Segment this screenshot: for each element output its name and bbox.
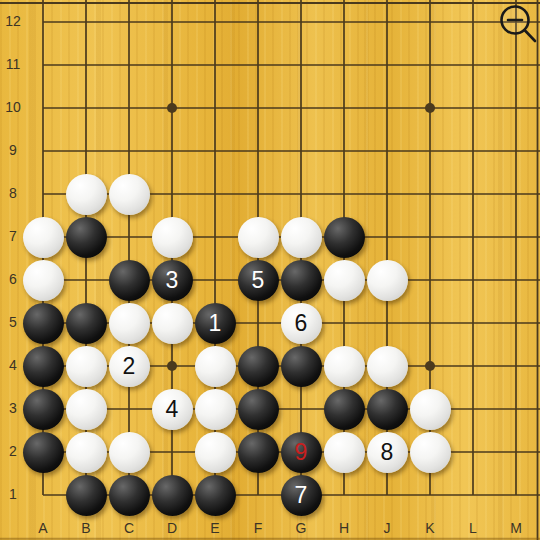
white-stone-E2 [195, 432, 236, 473]
white-stone-A7 [23, 217, 64, 258]
black-stone-D1 [152, 475, 193, 516]
white-stone-B8 [66, 174, 107, 215]
white-stone-D5 [152, 303, 193, 344]
white-stone-D7 [152, 217, 193, 258]
white-stone-J6 [367, 260, 408, 301]
white-stone-G7 [281, 217, 322, 258]
move-number-7: 7 [295, 484, 308, 507]
black-stone-B5 [66, 303, 107, 344]
white-stone-B4 [66, 346, 107, 387]
column-label: C [115, 520, 143, 536]
black-stone-A3 [23, 389, 64, 430]
column-label: A [29, 520, 57, 536]
zoom-out-icon[interactable] [492, 0, 540, 48]
black-stone-H7 [324, 217, 365, 258]
white-stone-K2 [410, 432, 451, 473]
move-number-4: 4 [166, 398, 179, 421]
black-stone-B1 [66, 475, 107, 516]
black-stone-A4 [23, 346, 64, 387]
move-number-1: 1 [209, 312, 222, 335]
black-stone-G4 [281, 346, 322, 387]
white-stone-H2 [324, 432, 365, 473]
column-label: K [416, 520, 444, 536]
column-label: H [330, 520, 358, 536]
move-number-9: 9 [295, 441, 308, 464]
white-stone-A6 [23, 260, 64, 301]
white-stone-H4 [324, 346, 365, 387]
white-stone-C4: 2 [109, 346, 150, 387]
white-stone-C2 [109, 432, 150, 473]
black-stone-H3 [324, 389, 365, 430]
column-label: L [459, 520, 487, 536]
white-stone-D3: 4 [152, 389, 193, 430]
white-stone-K3 [410, 389, 451, 430]
move-number-5: 5 [252, 269, 265, 292]
move-number-2: 2 [123, 355, 136, 378]
move-number-8: 8 [381, 441, 394, 464]
column-label: D [158, 520, 186, 536]
white-stone-B2 [66, 432, 107, 473]
column-label: B [72, 520, 100, 536]
black-stone-A5 [23, 303, 64, 344]
black-stone-F3 [238, 389, 279, 430]
black-stone-F6: 5 [238, 260, 279, 301]
black-stone-G2: 9 [281, 432, 322, 473]
white-stone-F7 [238, 217, 279, 258]
black-stone-G6 [281, 260, 322, 301]
black-stone-G1: 7 [281, 475, 322, 516]
black-stone-D6: 3 [152, 260, 193, 301]
black-stone-B7 [66, 217, 107, 258]
black-stone-A2 [23, 432, 64, 473]
white-stone-E3 [195, 389, 236, 430]
black-stone-C1 [109, 475, 150, 516]
black-stone-F4 [238, 346, 279, 387]
column-label: M [502, 520, 530, 536]
black-stone-E1 [195, 475, 236, 516]
column-label: F [244, 520, 272, 536]
move-number-6: 6 [295, 312, 308, 335]
white-stone-B3 [66, 389, 107, 430]
go-board[interactable]: 351624987 [22, 1, 538, 517]
column-label: J [373, 520, 401, 536]
column-label: G [287, 520, 315, 536]
white-stone-H6 [324, 260, 365, 301]
white-stone-C8 [109, 174, 150, 215]
black-stone-C6 [109, 260, 150, 301]
black-stone-E5: 1 [195, 303, 236, 344]
white-stone-G5: 6 [281, 303, 322, 344]
black-stone-F2 [238, 432, 279, 473]
black-stone-J3 [367, 389, 408, 430]
go-app-screen: 121110987654321 ABCDEFGHJKLM 351624987 [0, 0, 540, 540]
move-number-3: 3 [166, 269, 179, 292]
white-stone-C5 [109, 303, 150, 344]
column-label: E [201, 520, 229, 536]
white-stone-J4 [367, 346, 408, 387]
white-stone-E4 [195, 346, 236, 387]
white-stone-J2: 8 [367, 432, 408, 473]
